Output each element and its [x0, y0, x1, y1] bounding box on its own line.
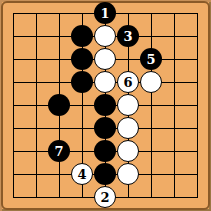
stone-black — [71, 71, 93, 93]
stone-black — [71, 48, 93, 70]
stone-white — [94, 71, 116, 93]
move-number-label: 3 — [123, 30, 132, 43]
stone-black — [48, 94, 70, 116]
stone-white — [117, 163, 139, 185]
stone-black: 7 — [48, 140, 70, 162]
move-number-label: 7 — [54, 145, 63, 158]
stone-black — [94, 140, 116, 162]
stone-black: 5 — [140, 48, 162, 70]
grid-line-vertical — [197, 13, 198, 198]
stone-white — [117, 94, 139, 116]
move-number-label: 2 — [100, 191, 109, 204]
stone-black — [94, 94, 116, 116]
move-number-label: 1 — [100, 7, 109, 20]
stone-white — [94, 48, 116, 70]
grid-line-vertical — [151, 13, 152, 198]
stone-white — [117, 140, 139, 162]
move-number-label: 4 — [77, 168, 86, 181]
go-board: 1356742 — [0, 0, 211, 211]
stone-white — [117, 117, 139, 139]
stone-white — [140, 71, 162, 93]
stone-black — [94, 163, 116, 185]
move-number-label: 5 — [146, 53, 155, 66]
move-number-label: 6 — [123, 76, 132, 89]
stone-black: 1 — [94, 2, 116, 24]
stone-white: 4 — [71, 163, 93, 185]
stone-black — [94, 117, 116, 139]
stone-black: 3 — [117, 25, 139, 47]
grid-line-vertical — [174, 13, 175, 198]
stone-black — [71, 25, 93, 47]
stone-white: 2 — [94, 186, 116, 208]
stone-white — [94, 25, 116, 47]
stone-white: 6 — [117, 71, 139, 93]
